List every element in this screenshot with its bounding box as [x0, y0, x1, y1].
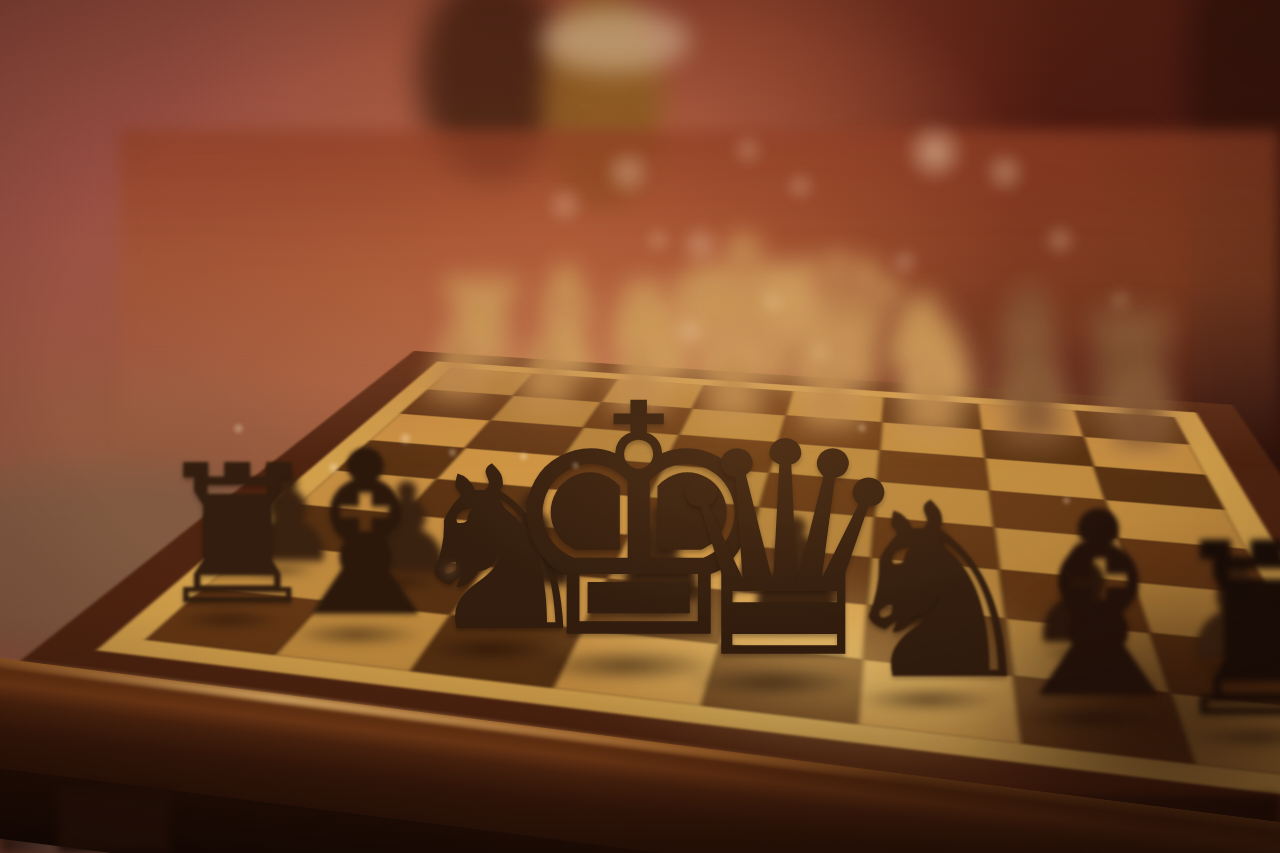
white-pawn-a2: ♟ [1099, 364, 1186, 461]
chess-photo-scene: ♜♝♞♛♚♞♝♜♟♟♟♟♟♟♟♟♟♟♟♟♟♟♟♟♜♝♞♛♚♞♝♜ [0, 0, 1280, 853]
black-rook-a8: ♜ [1160, 512, 1280, 751]
white-pawn-b2: ♟ [993, 357, 1079, 453]
table-leg-blur [58, 788, 170, 853]
white-pawn-h2: ♟ [418, 322, 496, 409]
